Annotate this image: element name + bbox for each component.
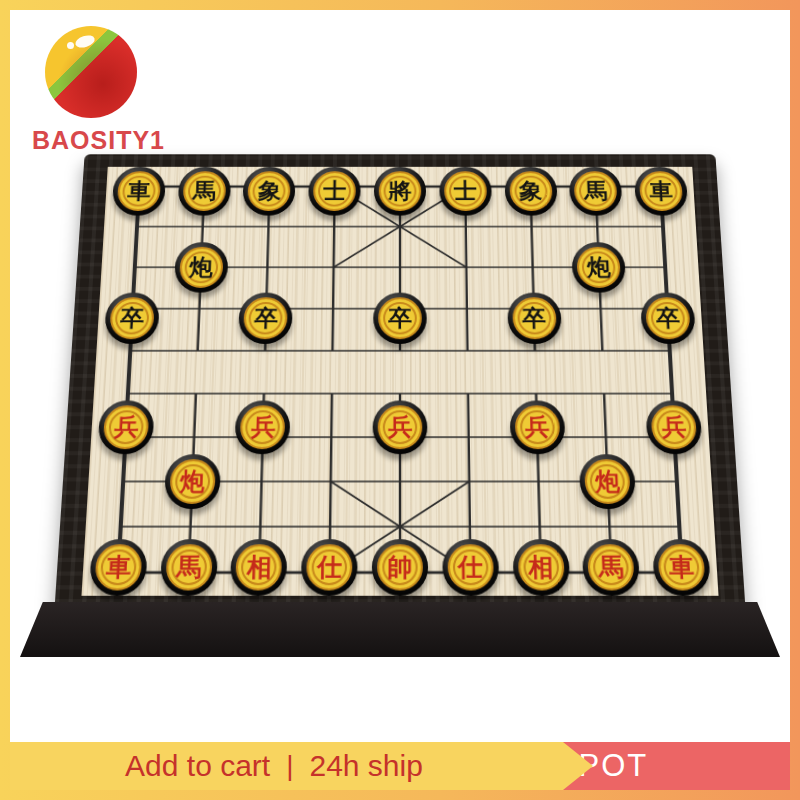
board-point: [498, 216, 565, 243]
piece-face: 車: [658, 544, 706, 590]
piece-black-elephant[interactable]: 象: [504, 167, 557, 216]
piece-red-horse[interactable]: 馬: [582, 539, 640, 596]
piece-red-general[interactable]: 帥: [372, 539, 428, 596]
board-point: [434, 344, 502, 372]
piece-face: 卒: [109, 297, 155, 339]
board-point: [434, 372, 502, 400]
board-point: [233, 242, 301, 292]
board-point: [636, 344, 705, 372]
board-point[interactable]: 仕: [435, 539, 506, 596]
piece-face: 將: [379, 171, 422, 211]
piece-face: 卒: [645, 297, 691, 339]
board-point[interactable]: 兵: [90, 400, 161, 454]
page: BAOSITY1: [0, 0, 800, 800]
piece-face: 帥: [377, 544, 423, 590]
piece-red-soldier[interactable]: 兵: [509, 400, 565, 454]
piece-black-elephant[interactable]: 象: [243, 167, 296, 216]
piece-face: 炮: [577, 247, 622, 288]
board-point[interactable]: 車: [81, 539, 154, 596]
board-point: [367, 242, 434, 292]
board-point[interactable]: 相: [505, 539, 577, 596]
piece-black-cannon[interactable]: 炮: [173, 242, 228, 292]
piece-black-horse[interactable]: 馬: [569, 167, 623, 216]
board-point: [434, 400, 503, 454]
brand-logo: BAOSITY1: [32, 26, 212, 155]
board-surface: 車馬象士將士象馬車炮炮卒卒卒卒卒兵兵兵兵兵炮炮車馬相仕帥仕相馬車: [81, 167, 718, 596]
piece-black-general[interactable]: 將: [374, 167, 426, 216]
ship-label: 24h ship: [309, 749, 422, 783]
board-point[interactable]: 兵: [638, 400, 709, 454]
board-point: [631, 242, 700, 292]
board-point: [630, 216, 697, 243]
board-point[interactable]: 馬: [575, 539, 648, 596]
piece-red-advisor[interactable]: 仕: [442, 539, 499, 596]
board-point: [225, 509, 296, 539]
piece-red-horse[interactable]: 馬: [159, 539, 217, 596]
product-photo: 車馬象士將士象馬車炮炮卒卒卒卒卒兵兵兵兵兵炮炮車馬相仕帥仕相馬車: [10, 138, 790, 657]
piece-red-soldier[interactable]: 兵: [373, 400, 428, 454]
board-point[interactable]: 將: [367, 167, 433, 216]
xiangqi-board: 車馬象士將士象馬車炮炮卒卒卒卒卒兵兵兵兵兵炮炮車馬相仕帥仕相馬車: [54, 154, 746, 617]
piece-face: 兵: [651, 405, 698, 449]
add-to-cart-label: Add to cart: [125, 749, 270, 783]
board-point: [169, 216, 236, 243]
piece-red-elephant[interactable]: 相: [230, 539, 288, 596]
board-point: [504, 509, 575, 539]
board-point: [644, 509, 715, 539]
board-point: [155, 509, 226, 539]
piece-black-advisor[interactable]: 士: [308, 167, 361, 216]
board-point[interactable]: 卒: [633, 293, 703, 344]
piece-face: 馬: [165, 544, 213, 590]
board-point: [366, 344, 434, 372]
board-point: [87, 454, 159, 509]
board-point[interactable]: 兵: [366, 400, 435, 454]
board-point: [574, 509, 645, 539]
board-point[interactable]: 炮: [572, 454, 643, 509]
piece-face: 兵: [378, 405, 423, 449]
piece-red-cannon[interactable]: 炮: [163, 454, 220, 509]
piece-red-advisor[interactable]: 仕: [301, 539, 358, 596]
piece-black-chariot[interactable]: 車: [111, 167, 166, 216]
board-point[interactable]: 士: [302, 167, 368, 216]
piece-black-soldier[interactable]: 卒: [507, 293, 562, 344]
piece-face: 炮: [584, 459, 631, 504]
board-point: [564, 216, 631, 243]
board-point[interactable]: 卒: [500, 293, 568, 344]
piece-face: 相: [236, 544, 283, 590]
board-point[interactable]: 卒: [97, 293, 167, 344]
board-point: [300, 242, 367, 292]
board-point[interactable]: 象: [497, 167, 564, 216]
piece-face: 象: [248, 171, 291, 211]
board-point: [298, 344, 366, 372]
board-point: [235, 216, 302, 243]
piece-red-elephant[interactable]: 相: [512, 539, 570, 596]
piece-face: 馬: [182, 171, 226, 211]
board-point[interactable]: 仕: [294, 539, 365, 596]
board-point: [637, 372, 706, 400]
piece-black-horse[interactable]: 馬: [177, 167, 231, 216]
board-point: [503, 454, 574, 509]
board-point: [103, 216, 170, 243]
board-point[interactable]: 馬: [562, 167, 629, 216]
piece-face: 卒: [378, 297, 422, 339]
piece-face: 仕: [447, 544, 493, 590]
board-point[interactable]: 馬: [152, 539, 225, 596]
board-point[interactable]: 馬: [170, 167, 237, 216]
board-point: [297, 400, 366, 454]
board-point: [570, 400, 641, 454]
board-point[interactable]: 卒: [366, 293, 433, 344]
piece-face: 兵: [240, 405, 286, 449]
pieces-grid: 車馬象士將士象馬車炮炮卒卒卒卒卒兵兵兵兵兵炮炮車馬相仕帥仕相馬車: [81, 167, 718, 596]
board-point: [567, 293, 636, 344]
piece-face: 車: [94, 544, 142, 590]
board-point: [365, 509, 435, 539]
piece-face: 士: [444, 171, 487, 211]
piece-face: 卒: [244, 297, 289, 339]
piece-face: 相: [517, 544, 564, 590]
board-base: [20, 602, 780, 657]
piece-face: 馬: [587, 544, 635, 590]
add-to-cart-button[interactable]: Add to cart | 24h ship: [10, 742, 593, 790]
board-point: [435, 509, 505, 539]
board-point: [299, 293, 367, 344]
piece-face: 象: [509, 171, 552, 211]
piece-black-soldier[interactable]: 卒: [104, 293, 160, 344]
piece-black-soldier[interactable]: 卒: [373, 293, 427, 344]
piece-face: 車: [639, 171, 684, 211]
board-point: [641, 454, 713, 509]
piece-red-chariot[interactable]: 車: [652, 539, 711, 596]
board-point: [434, 454, 504, 509]
board-frame: 車馬象士將士象馬車炮炮卒卒卒卒卒兵兵兵兵兵炮炮車馬相仕帥仕相馬車: [54, 154, 746, 617]
piece-black-advisor[interactable]: 士: [439, 167, 492, 216]
board-point: [366, 372, 434, 400]
board-point[interactable]: 象: [236, 167, 303, 216]
piece-black-cannon[interactable]: 炮: [572, 242, 627, 292]
piece-red-cannon[interactable]: 炮: [579, 454, 636, 509]
board-point: [367, 216, 433, 243]
board-point: [301, 216, 367, 243]
banner-divider: |: [286, 750, 293, 782]
board-point: [163, 344, 232, 372]
board-point: [296, 454, 366, 509]
logo-sphere-icon: [45, 26, 137, 118]
piece-black-chariot[interactable]: 車: [634, 167, 689, 216]
board-point: [226, 454, 297, 509]
piece-black-soldier[interactable]: 卒: [640, 293, 696, 344]
piece-face: 卒: [512, 297, 557, 339]
board-point: [501, 344, 569, 372]
piece-face: 炮: [179, 247, 224, 288]
piece-red-soldier[interactable]: 兵: [235, 400, 291, 454]
board-point[interactable]: 相: [223, 539, 295, 596]
board-point[interactable]: 士: [432, 167, 498, 216]
board-point[interactable]: 炮: [565, 242, 633, 292]
piece-face: 馬: [574, 171, 618, 211]
board-point[interactable]: 兵: [228, 400, 298, 454]
board-point: [230, 372, 299, 400]
board-point: [433, 242, 500, 292]
content-area: BAOSITY1: [10, 10, 790, 790]
board-point[interactable]: 帥: [365, 539, 436, 596]
board-point: [164, 293, 233, 344]
piece-red-soldier[interactable]: 兵: [97, 400, 154, 454]
board-point: [85, 509, 156, 539]
piece-face: 車: [117, 171, 162, 211]
board-point: [569, 372, 638, 400]
board-point[interactable]: 炮: [167, 242, 235, 292]
piece-black-soldier[interactable]: 卒: [238, 293, 293, 344]
board-point: [433, 293, 501, 344]
board-point[interactable]: 炮: [156, 454, 227, 509]
board-point[interactable]: 車: [645, 539, 718, 596]
piece-face: 仕: [306, 544, 352, 590]
piece-face: 兵: [514, 405, 560, 449]
board-point: [499, 242, 567, 292]
board-point: [433, 216, 499, 243]
piece-red-chariot[interactable]: 車: [89, 539, 148, 596]
board-point: [568, 344, 637, 372]
piece-face: 士: [313, 171, 356, 211]
board-point: [231, 344, 299, 372]
piece-face: 炮: [169, 459, 216, 504]
board-point: [100, 242, 169, 292]
piece-red-soldier[interactable]: 兵: [645, 400, 702, 454]
board-point[interactable]: 車: [105, 167, 173, 216]
board-point[interactable]: 車: [627, 167, 695, 216]
board-point: [162, 372, 231, 400]
board-point: [159, 400, 230, 454]
piece-face: 兵: [103, 405, 150, 449]
board-point: [365, 454, 435, 509]
board-point: [95, 344, 164, 372]
promo-banner: SPOT Add to cart | 24h ship: [10, 742, 790, 790]
board-point[interactable]: 兵: [502, 400, 572, 454]
board-point: [295, 509, 365, 539]
board-point: [502, 372, 571, 400]
board-point: [93, 372, 162, 400]
board-point[interactable]: 卒: [232, 293, 300, 344]
board-point: [298, 372, 366, 400]
